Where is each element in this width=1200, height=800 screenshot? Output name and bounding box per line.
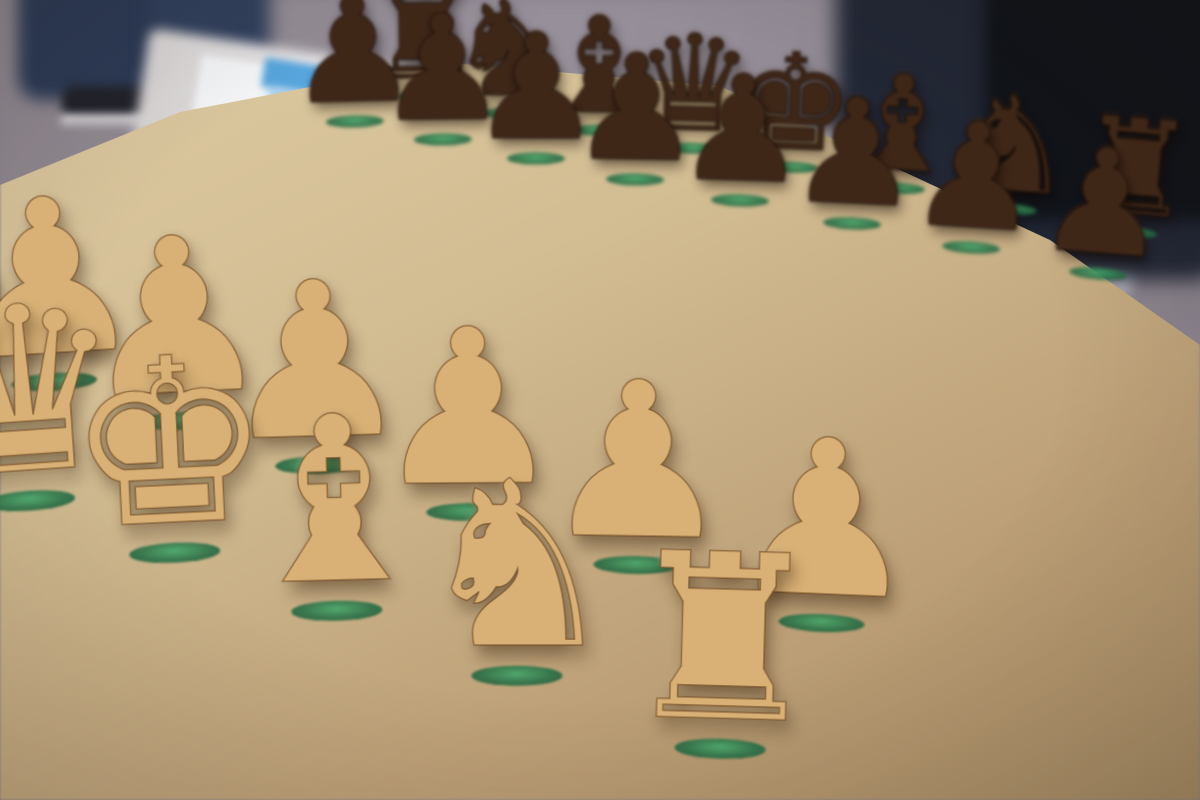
pawn-icon: ♟ <box>905 100 1045 255</box>
chess-piece-black-pawn[interactable]: ♟ <box>1032 125 1175 282</box>
chess-piece-black-pawn[interactable]: ♟ <box>786 77 924 230</box>
tournament-photo: ♜♞♝♛♚♝♞♜♟♟♟♟♟♟♟♟♟♟♟♟♟♟♟♟♜♞♝♛♚♝♞♜ <box>0 0 1200 800</box>
rook-icon: ♜ <box>617 521 829 756</box>
chess-piece-white-bishop[interactable]: ♝ <box>228 384 439 618</box>
chess-piece-black-pawn[interactable]: ♟ <box>905 100 1045 255</box>
pawn-icon: ♟ <box>786 77 924 230</box>
chess-piece-white-rook[interactable]: ♜ <box>617 521 829 756</box>
knight-icon: ♞ <box>415 451 620 680</box>
chess-piece-white-knight[interactable]: ♞ <box>415 451 620 680</box>
bishop-icon: ♝ <box>228 384 439 618</box>
pawn-icon: ♟ <box>1032 125 1175 282</box>
